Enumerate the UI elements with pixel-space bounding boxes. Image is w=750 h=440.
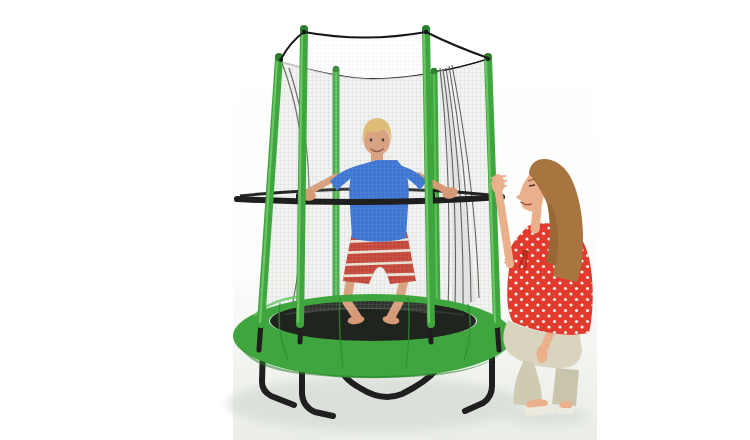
woman-foot-back — [560, 401, 573, 409]
woman-sandal-back — [557, 408, 574, 414]
woman-blouse-bow — [522, 250, 529, 257]
woman-shin-back — [552, 368, 579, 406]
woman-neck — [535, 210, 537, 229]
enclosure-net-front — [300, 31, 431, 314]
woman-hanging-hand — [537, 345, 548, 363]
product-photo: A young boy in a blue t-shirt and red st… — [40, 16, 750, 440]
photo-canvas — [40, 16, 750, 440]
